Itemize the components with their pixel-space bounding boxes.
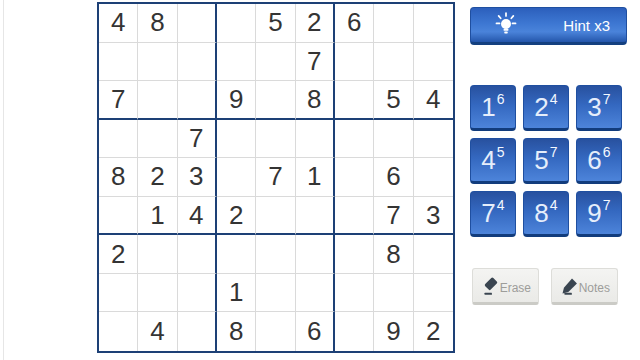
cell-r3c2[interactable] [138, 81, 177, 120]
numpad-remaining-count: 4 [550, 198, 558, 212]
cell-r6c6[interactable] [296, 197, 335, 236]
numpad-remaining-count: 5 [497, 145, 505, 159]
hint-button-label: Hint x3 [563, 17, 610, 34]
numpad-digit: 3 [587, 94, 601, 120]
numpad-button-3[interactable]: 37 [576, 85, 622, 131]
cell-r7c6[interactable] [296, 235, 335, 274]
cell-r2c5[interactable] [256, 43, 295, 82]
cell-r8c8[interactable] [374, 274, 413, 313]
cell-r5c8[interactable]: 6 [374, 158, 413, 197]
cell-r6c1[interactable] [99, 197, 138, 236]
cell-r3c9[interactable]: 4 [414, 81, 453, 120]
sudoku-board: 4852677985478237161427328148692 [97, 2, 455, 353]
numpad-digit: 6 [587, 147, 601, 173]
cell-r9c7[interactable] [335, 312, 374, 351]
cell-r7c2[interactable] [138, 235, 177, 274]
notes-button-label: Notes [579, 281, 610, 295]
notes-button[interactable]: Notes [551, 268, 618, 305]
cell-r7c9[interactable] [414, 235, 453, 274]
cell-r8c4[interactable]: 1 [217, 274, 256, 313]
cell-r5c1[interactable]: 8 [99, 158, 138, 197]
cell-r7c5[interactable] [256, 235, 295, 274]
cell-r1c2[interactable]: 8 [138, 4, 177, 43]
cell-r5c9[interactable] [414, 158, 453, 197]
cell-r8c5[interactable] [256, 274, 295, 313]
cell-r9c5[interactable] [256, 312, 295, 351]
cell-r8c6[interactable] [296, 274, 335, 313]
numpad-button-7[interactable]: 74 [470, 191, 516, 237]
cell-r1c9[interactable] [414, 4, 453, 43]
cell-r2c9[interactable] [414, 43, 453, 82]
cell-r1c5[interactable]: 5 [256, 4, 295, 43]
numpad-button-6[interactable]: 66 [576, 138, 622, 184]
cell-r4c5[interactable] [256, 120, 295, 159]
numpad-button-9[interactable]: 97 [576, 191, 622, 237]
cell-r1c4[interactable] [217, 4, 256, 43]
cell-r3c8[interactable]: 5 [374, 81, 413, 120]
cell-r1c7[interactable]: 6 [335, 4, 374, 43]
cell-r8c9[interactable] [414, 274, 453, 313]
numpad-button-8[interactable]: 84 [523, 191, 569, 237]
numpad-remaining-count: 6 [497, 92, 505, 106]
cell-r7c8[interactable]: 8 [374, 235, 413, 274]
cell-r6c3[interactable]: 4 [178, 197, 217, 236]
cell-r2c8[interactable] [374, 43, 413, 82]
cell-r3c3[interactable] [178, 81, 217, 120]
window-edge-line [3, 0, 4, 360]
numpad-button-2[interactable]: 24 [523, 85, 569, 131]
cell-r2c2[interactable] [138, 43, 177, 82]
cell-r4c6[interactable] [296, 120, 335, 159]
cell-r9c1[interactable] [99, 312, 138, 351]
cell-r6c2[interactable]: 1 [138, 197, 177, 236]
cell-r5c2[interactable]: 2 [138, 158, 177, 197]
cell-r8c1[interactable] [99, 274, 138, 313]
cell-r2c3[interactable] [178, 43, 217, 82]
numpad-digit: 1 [481, 94, 495, 120]
cell-r5c4[interactable] [217, 158, 256, 197]
numpad-digit: 9 [587, 200, 601, 226]
lightbulb-icon [493, 12, 519, 38]
cell-r7c7[interactable] [335, 235, 374, 274]
cell-r6c9[interactable]: 3 [414, 197, 453, 236]
cell-r3c4[interactable]: 9 [217, 81, 256, 120]
cell-r9c6[interactable]: 6 [296, 312, 335, 351]
numpad-digit: 4 [481, 147, 495, 173]
cell-r6c8[interactable]: 7 [374, 197, 413, 236]
cell-r1c8[interactable] [374, 4, 413, 43]
cell-r3c7[interactable] [335, 81, 374, 120]
cell-r6c7[interactable] [335, 197, 374, 236]
cell-r7c1[interactable]: 2 [99, 235, 138, 274]
cell-r5c7[interactable] [335, 158, 374, 197]
cell-r1c3[interactable] [178, 4, 217, 43]
cell-r7c4[interactable] [217, 235, 256, 274]
numpad-remaining-count: 7 [603, 92, 611, 106]
cell-r2c1[interactable] [99, 43, 138, 82]
cell-r8c3[interactable] [178, 274, 217, 313]
cell-r2c7[interactable] [335, 43, 374, 82]
numpad-digit: 5 [534, 147, 548, 173]
cell-r9c2[interactable]: 4 [138, 312, 177, 351]
cell-r8c2[interactable] [138, 274, 177, 313]
numpad-remaining-count: 4 [497, 198, 505, 212]
numpad-digit: 2 [534, 94, 548, 120]
cell-r1c6[interactable]: 2 [296, 4, 335, 43]
cell-r4c1[interactable] [99, 120, 138, 159]
cell-r5c5[interactable]: 7 [256, 158, 295, 197]
numpad-digit: 7 [481, 200, 495, 226]
hint-button[interactable]: Hint x3 [470, 7, 627, 45]
numpad-remaining-count: 6 [603, 145, 611, 159]
cell-r9c3[interactable] [178, 312, 217, 351]
cell-r4c9[interactable] [414, 120, 453, 159]
cell-r2c4[interactable] [217, 43, 256, 82]
cell-r9c4[interactable]: 8 [217, 312, 256, 351]
cell-r2c6[interactable]: 7 [296, 43, 335, 82]
cell-r6c5[interactable] [256, 197, 295, 236]
erase-button[interactable]: Erase [472, 268, 539, 305]
cell-r8c7[interactable] [335, 274, 374, 313]
cell-r4c7[interactable] [335, 120, 374, 159]
numpad-button-5[interactable]: 57 [523, 138, 569, 184]
numpad-remaining-count: 7 [550, 145, 558, 159]
cell-r5c3[interactable]: 3 [178, 158, 217, 197]
cell-r3c6[interactable]: 8 [296, 81, 335, 120]
cell-r5c6[interactable]: 1 [296, 158, 335, 197]
numpad-button-4[interactable]: 45 [470, 138, 516, 184]
cell-r4c2[interactable] [138, 120, 177, 159]
cell-r1c1[interactable]: 4 [99, 4, 138, 43]
numpad-remaining-count: 4 [550, 92, 558, 106]
cell-r4c4[interactable] [217, 120, 256, 159]
cell-r3c1[interactable]: 7 [99, 81, 138, 120]
numpad-remaining-count: 7 [603, 198, 611, 212]
cell-r7c3[interactable] [178, 235, 217, 274]
cell-r9c9[interactable]: 2 [414, 312, 453, 351]
erase-button-label: Erase [500, 281, 531, 295]
numpad-digit: 8 [534, 200, 548, 226]
numpad: 162437455766748497 [470, 85, 622, 237]
cell-r6c4[interactable]: 2 [217, 197, 256, 236]
cell-r3c5[interactable] [256, 81, 295, 120]
cell-r9c8[interactable]: 9 [374, 312, 413, 351]
cell-r4c3[interactable]: 7 [178, 120, 217, 159]
numpad-button-1[interactable]: 16 [470, 85, 516, 131]
cell-r4c8[interactable] [374, 120, 413, 159]
